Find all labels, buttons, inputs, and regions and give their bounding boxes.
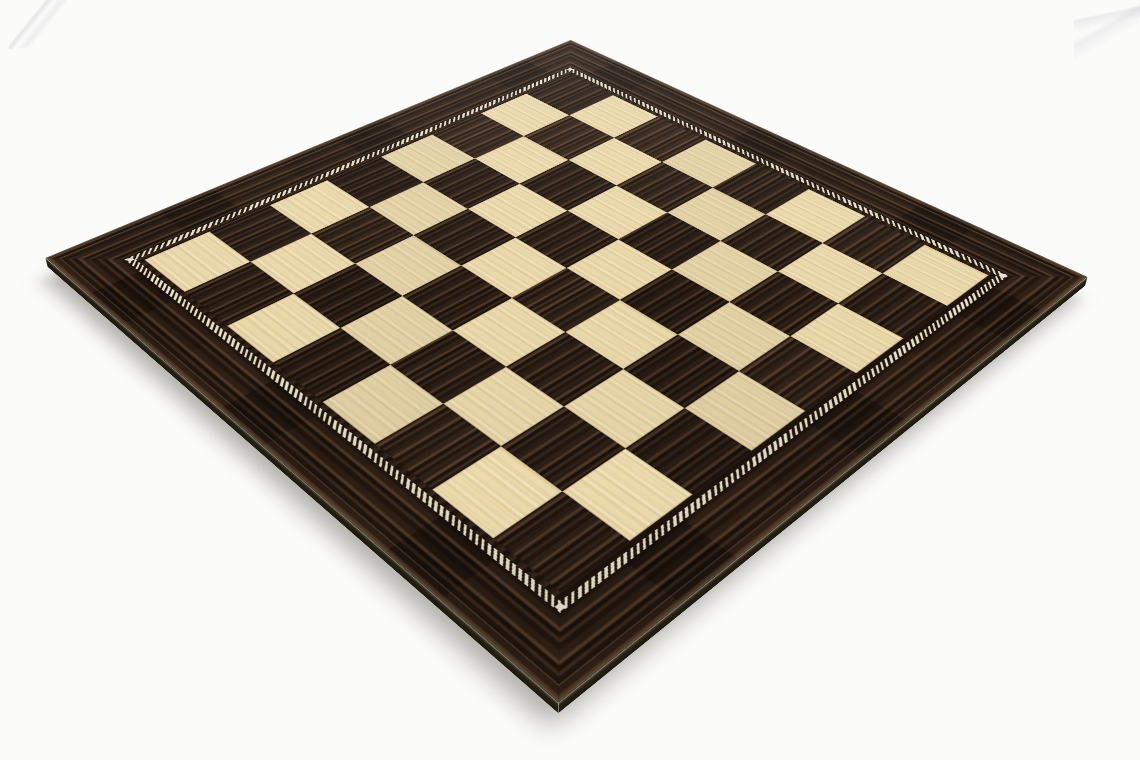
square: [838, 273, 947, 338]
square: [563, 368, 684, 448]
square: [622, 334, 739, 408]
chess-board: [45, 40, 1087, 703]
square: [500, 406, 625, 492]
square: [443, 366, 564, 445]
square: [562, 448, 692, 541]
rope-inlay-border: [124, 67, 1008, 613]
square: [684, 371, 805, 451]
square: [452, 297, 565, 366]
square: [227, 293, 340, 362]
square: [432, 446, 562, 538]
square: [739, 336, 856, 410]
square: [273, 328, 390, 402]
square: [625, 408, 750, 494]
frame-side-near-right: [490, 248, 1087, 703]
square: [620, 269, 729, 334]
chessboard-scene: [0, 0, 1140, 760]
playing-field: [144, 74, 988, 592]
square: [729, 271, 838, 336]
square: [322, 364, 443, 443]
rope-corner-dot: [998, 273, 1006, 278]
square: [677, 301, 790, 370]
board-top-surface: [45, 40, 1087, 703]
square: [493, 491, 629, 591]
square: [184, 261, 293, 325]
rope-corner-dot: [566, 67, 573, 70]
square: [565, 299, 678, 368]
square: [293, 263, 402, 327]
square: [389, 330, 506, 404]
square: [339, 295, 452, 364]
rope-corner-dot: [554, 602, 566, 611]
square: [402, 265, 511, 329]
rope-corner-dot: [126, 257, 134, 262]
inner-wood-margin: [135, 71, 996, 601]
frame-side-near-left: [45, 231, 628, 703]
square: [375, 403, 500, 489]
product-photo: [0, 0, 1140, 760]
square: [511, 267, 620, 332]
square: [506, 332, 623, 406]
square: [790, 303, 903, 372]
